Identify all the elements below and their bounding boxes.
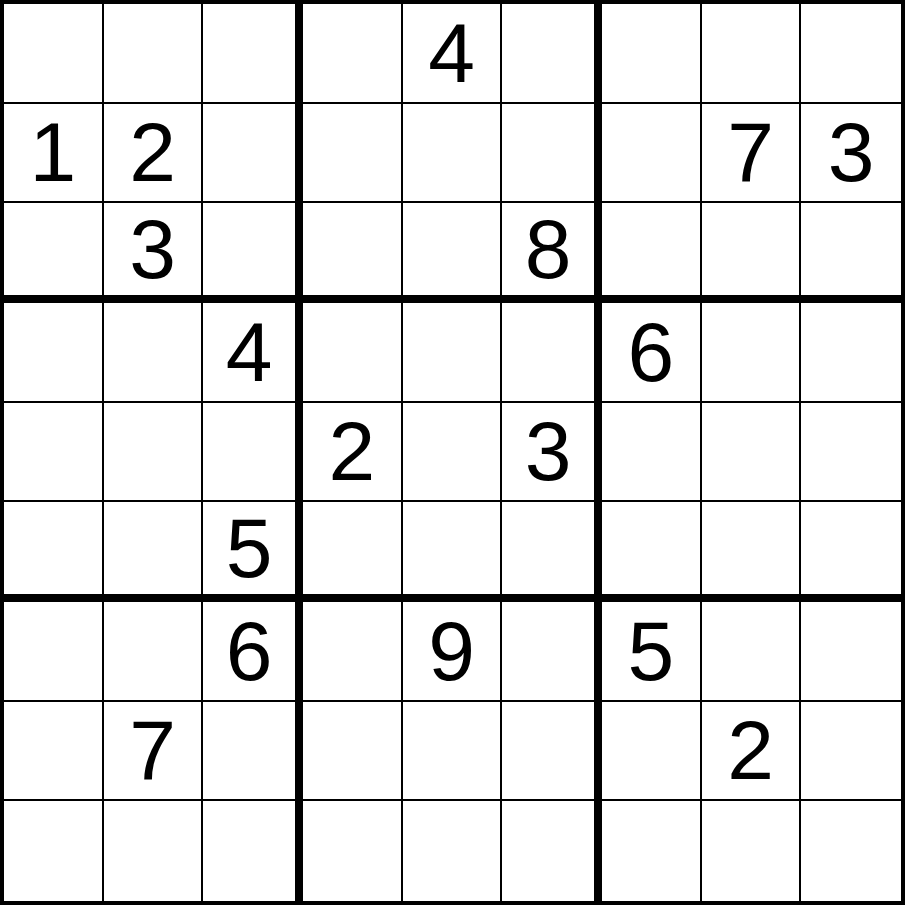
cell-r9c5[interactable] [403, 801, 503, 901]
cell-r5c8[interactable] [702, 403, 802, 503]
cell-r5c5[interactable] [403, 403, 503, 503]
cell-r8c9[interactable] [801, 702, 901, 802]
cell-r9c2[interactable] [104, 801, 204, 901]
cell-r6c7[interactable] [602, 502, 702, 602]
cell-r5c7[interactable] [602, 403, 702, 503]
cell-r1c2[interactable] [104, 4, 204, 104]
cell-r3c9[interactable] [801, 203, 901, 303]
given-digit: 2 [328, 409, 375, 493]
cell-r6c8[interactable] [702, 502, 802, 602]
given-digit: 4 [226, 310, 273, 394]
cell-r8c5[interactable] [403, 702, 503, 802]
cell-r6c9[interactable] [801, 502, 901, 602]
given-digit: 9 [428, 609, 475, 693]
given-digit: 5 [627, 609, 674, 693]
cell-r6c2[interactable] [104, 502, 204, 602]
cell-r8c6[interactable] [502, 702, 602, 802]
cell-r2c2[interactable]: 2 [104, 104, 204, 204]
given-digit: 7 [727, 110, 774, 194]
cell-r5c4[interactable]: 2 [303, 403, 403, 503]
cell-r1c3[interactable] [203, 4, 303, 104]
cell-r8c4[interactable] [303, 702, 403, 802]
cell-r9c7[interactable] [602, 801, 702, 901]
cell-r7c9[interactable] [801, 602, 901, 702]
cell-r5c9[interactable] [801, 403, 901, 503]
cell-r3c6[interactable]: 8 [502, 203, 602, 303]
cell-r8c1[interactable] [4, 702, 104, 802]
cell-r5c1[interactable] [4, 403, 104, 503]
cell-r6c3[interactable]: 5 [203, 502, 303, 602]
cell-r8c2[interactable]: 7 [104, 702, 204, 802]
given-digit: 4 [428, 11, 475, 95]
cell-r3c4[interactable] [303, 203, 403, 303]
cell-r3c3[interactable] [203, 203, 303, 303]
cell-r4c6[interactable] [502, 303, 602, 403]
cell-r2c1[interactable]: 1 [4, 104, 104, 204]
cell-r4c3[interactable]: 4 [203, 303, 303, 403]
cell-r7c1[interactable] [4, 602, 104, 702]
cell-r3c2[interactable]: 3 [104, 203, 204, 303]
cell-r2c4[interactable] [303, 104, 403, 204]
cell-r2c9[interactable]: 3 [801, 104, 901, 204]
cell-r7c7[interactable]: 5 [602, 602, 702, 702]
cell-r1c5[interactable]: 4 [403, 4, 503, 104]
cell-r8c7[interactable] [602, 702, 702, 802]
cell-r4c8[interactable] [702, 303, 802, 403]
cell-r6c6[interactable] [502, 502, 602, 602]
given-digit: 5 [226, 506, 273, 590]
given-digit: 6 [627, 310, 674, 394]
given-digit: 2 [129, 110, 176, 194]
given-digit: 3 [828, 110, 875, 194]
cell-r6c4[interactable] [303, 502, 403, 602]
given-digit: 6 [226, 609, 273, 693]
cell-r7c3[interactable]: 6 [203, 602, 303, 702]
cell-r8c8[interactable]: 2 [702, 702, 802, 802]
cell-r3c5[interactable] [403, 203, 503, 303]
cell-r9c3[interactable] [203, 801, 303, 901]
given-digit: 7 [129, 708, 176, 792]
cell-r5c3[interactable] [203, 403, 303, 503]
given-digit: 2 [727, 708, 774, 792]
cell-r9c4[interactable] [303, 801, 403, 901]
cell-r1c4[interactable] [303, 4, 403, 104]
cell-r2c7[interactable] [602, 104, 702, 204]
cell-r7c8[interactable] [702, 602, 802, 702]
cell-r4c7[interactable]: 6 [602, 303, 702, 403]
cell-r3c7[interactable] [602, 203, 702, 303]
cell-r3c1[interactable] [4, 203, 104, 303]
sudoku-board: 41273384623569572 [0, 0, 905, 905]
given-digit: 3 [525, 409, 572, 493]
cell-r9c9[interactable] [801, 801, 901, 901]
cell-r4c5[interactable] [403, 303, 503, 403]
cell-r6c1[interactable] [4, 502, 104, 602]
given-digit: 1 [29, 110, 76, 194]
cell-r1c8[interactable] [702, 4, 802, 104]
cell-r8c3[interactable] [203, 702, 303, 802]
cell-r4c2[interactable] [104, 303, 204, 403]
cell-r5c6[interactable]: 3 [502, 403, 602, 503]
cell-r3c8[interactable] [702, 203, 802, 303]
cell-r1c9[interactable] [801, 4, 901, 104]
cell-r2c8[interactable]: 7 [702, 104, 802, 204]
cell-r7c4[interactable] [303, 602, 403, 702]
cell-r9c1[interactable] [4, 801, 104, 901]
cell-r4c4[interactable] [303, 303, 403, 403]
cell-r4c9[interactable] [801, 303, 901, 403]
cell-r6c5[interactable] [403, 502, 503, 602]
cell-r1c1[interactable] [4, 4, 104, 104]
cell-r1c7[interactable] [602, 4, 702, 104]
cell-r2c6[interactable] [502, 104, 602, 204]
given-digit: 3 [129, 207, 176, 291]
cell-r1c6[interactable] [502, 4, 602, 104]
cell-r9c8[interactable] [702, 801, 802, 901]
cell-r9c6[interactable] [502, 801, 602, 901]
cell-r7c2[interactable] [104, 602, 204, 702]
cell-r2c5[interactable] [403, 104, 503, 204]
given-digit: 8 [525, 207, 572, 291]
cell-r5c2[interactable] [104, 403, 204, 503]
cell-r7c5[interactable]: 9 [403, 602, 503, 702]
cell-r7c6[interactable] [502, 602, 602, 702]
cell-r4c1[interactable] [4, 303, 104, 403]
cell-r2c3[interactable] [203, 104, 303, 204]
